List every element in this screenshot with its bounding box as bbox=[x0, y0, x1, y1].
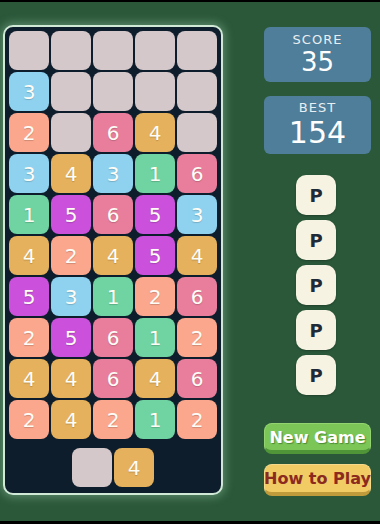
cell-r2-c4[interactable] bbox=[177, 113, 217, 152]
cell-r9-c1[interactable]: 4 bbox=[51, 400, 91, 439]
cell-r4-c2[interactable]: 6 bbox=[93, 195, 133, 234]
staging-empty-tile bbox=[72, 448, 112, 487]
cell-r2-c0[interactable]: 2 bbox=[9, 113, 49, 152]
cell-r4-c4[interactable]: 3 bbox=[177, 195, 217, 234]
cell-r0-c2[interactable] bbox=[93, 31, 133, 70]
cell-r3-c3[interactable]: 1 bbox=[135, 154, 175, 193]
cell-r9-c0[interactable]: 2 bbox=[9, 400, 49, 439]
cell-r4-c3[interactable]: 5 bbox=[135, 195, 175, 234]
cell-r8-c2[interactable]: 6 bbox=[93, 359, 133, 398]
cell-r6-c2[interactable]: 1 bbox=[93, 277, 133, 316]
cell-r8-c3[interactable]: 4 bbox=[135, 359, 175, 398]
cell-r1-c0[interactable]: 3 bbox=[9, 72, 49, 111]
score-value: 35 bbox=[301, 48, 334, 77]
cell-r5-c3[interactable]: 5 bbox=[135, 236, 175, 275]
cell-r7-c2[interactable]: 6 bbox=[93, 318, 133, 357]
cell-r2-c2[interactable]: 6 bbox=[93, 113, 133, 152]
cell-r3-c0[interactable]: 3 bbox=[9, 154, 49, 193]
staging-row: 4 bbox=[9, 448, 217, 487]
cell-r3-c1[interactable]: 4 bbox=[51, 154, 91, 193]
cell-r5-c4[interactable]: 4 bbox=[177, 236, 217, 275]
cell-r1-c1[interactable] bbox=[51, 72, 91, 111]
cell-r0-c3[interactable] bbox=[135, 31, 175, 70]
cell-r1-c3[interactable] bbox=[135, 72, 175, 111]
staging-next-tile[interactable]: 4 bbox=[114, 448, 154, 487]
cell-r1-c2[interactable] bbox=[93, 72, 133, 111]
cell-r4-c1[interactable]: 5 bbox=[51, 195, 91, 234]
cell-r6-c0[interactable]: 5 bbox=[9, 277, 49, 316]
how-to-play-button[interactable]: How to Play bbox=[264, 464, 371, 496]
top-edge-bar bbox=[0, 0, 380, 2]
power-button-2[interactable]: P bbox=[296, 220, 336, 260]
cell-r8-c0[interactable]: 4 bbox=[9, 359, 49, 398]
cell-r0-c1[interactable] bbox=[51, 31, 91, 70]
cell-r7-c1[interactable]: 5 bbox=[51, 318, 91, 357]
cell-r5-c0[interactable]: 4 bbox=[9, 236, 49, 275]
cell-r7-c0[interactable]: 2 bbox=[9, 318, 49, 357]
cell-r1-c4[interactable] bbox=[177, 72, 217, 111]
power-button-column: P P P P P bbox=[296, 175, 336, 395]
cell-r6-c4[interactable]: 6 bbox=[177, 277, 217, 316]
cell-r8-c1[interactable]: 4 bbox=[51, 359, 91, 398]
best-panel: BEST 154 bbox=[264, 96, 371, 154]
cell-r4-c0[interactable]: 1 bbox=[9, 195, 49, 234]
cell-r0-c0[interactable] bbox=[9, 31, 49, 70]
cell-r2-c3[interactable]: 4 bbox=[135, 113, 175, 152]
power-button-5[interactable]: P bbox=[296, 355, 336, 395]
best-value: 154 bbox=[289, 116, 346, 149]
cell-r9-c4[interactable]: 2 bbox=[177, 400, 217, 439]
score-label: SCORE bbox=[293, 33, 343, 46]
power-button-4[interactable]: P bbox=[296, 310, 336, 350]
board-grid[interactable]: 326434316156534245453126256124464624212 bbox=[9, 31, 217, 439]
score-panel: SCORE 35 bbox=[264, 27, 371, 82]
cell-r7-c3[interactable]: 1 bbox=[135, 318, 175, 357]
cell-r2-c1[interactable] bbox=[51, 113, 91, 152]
power-button-3[interactable]: P bbox=[296, 265, 336, 305]
cell-r9-c2[interactable]: 2 bbox=[93, 400, 133, 439]
cell-r5-c1[interactable]: 2 bbox=[51, 236, 91, 275]
cell-r0-c4[interactable] bbox=[177, 31, 217, 70]
cell-r8-c4[interactable]: 6 bbox=[177, 359, 217, 398]
game-board: 326434316156534245453126256124464624212 … bbox=[3, 25, 223, 495]
new-game-button[interactable]: New Game bbox=[264, 423, 371, 454]
cell-r6-c1[interactable]: 3 bbox=[51, 277, 91, 316]
cell-r6-c3[interactable]: 2 bbox=[135, 277, 175, 316]
cell-r9-c3[interactable]: 1 bbox=[135, 400, 175, 439]
power-button-1[interactable]: P bbox=[296, 175, 336, 215]
cell-r5-c2[interactable]: 4 bbox=[93, 236, 133, 275]
best-label: BEST bbox=[299, 101, 336, 114]
cell-r3-c4[interactable]: 6 bbox=[177, 154, 217, 193]
cell-r7-c4[interactable]: 2 bbox=[177, 318, 217, 357]
cell-r3-c2[interactable]: 3 bbox=[93, 154, 133, 193]
